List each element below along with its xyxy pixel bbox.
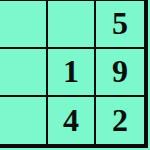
cell-value: 5 [112, 7, 128, 39]
cell-r2c0[interactable] [0, 97, 48, 144]
cell-r2c2[interactable]: 2 [96, 97, 144, 144]
cell-r0c2[interactable]: 5 [96, 1, 144, 49]
cell-value: 2 [112, 104, 128, 136]
sudoku-board: 5 1 9 4 2 [0, 0, 148, 148]
cell-r0c0[interactable] [0, 1, 48, 49]
cell-value: 9 [112, 55, 128, 87]
sudoku-board-image: 5 1 9 4 2 [0, 0, 150, 150]
cell-r1c1[interactable]: 1 [48, 49, 96, 97]
cell-r1c2[interactable]: 9 [96, 49, 144, 97]
cell-r1c0[interactable] [0, 49, 48, 97]
cell-r0c1[interactable] [48, 1, 96, 49]
cell-value: 4 [63, 104, 79, 136]
cell-r2c1[interactable]: 4 [48, 97, 96, 144]
cell-value: 1 [63, 55, 79, 87]
